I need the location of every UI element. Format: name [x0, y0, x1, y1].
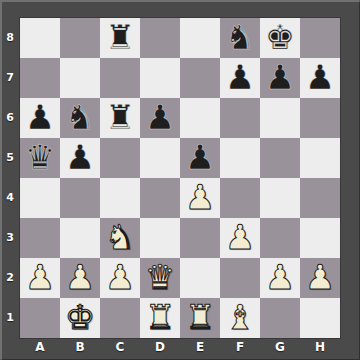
square-g7[interactable]: ♟	[260, 58, 300, 98]
square-a7[interactable]	[20, 58, 60, 98]
file-label-f: F	[220, 339, 260, 357]
square-b7[interactable]	[60, 58, 100, 98]
square-c8[interactable]: ♜	[100, 18, 140, 58]
square-b6[interactable]: ♞	[60, 98, 100, 138]
board: ♜♞♚♟♟♟♟♞♜♟♛♟♟♟♞♟♟♟♟♛♟♟♚♜♜♝	[20, 18, 340, 338]
square-f3[interactable]: ♟	[220, 218, 260, 258]
square-h2[interactable]: ♟	[300, 258, 340, 298]
square-c5[interactable]	[100, 138, 140, 178]
square-c4[interactable]	[100, 178, 140, 218]
square-f2[interactable]	[220, 258, 260, 298]
file-label-e: E	[180, 339, 220, 357]
square-c3[interactable]: ♞	[100, 218, 140, 258]
square-f4[interactable]	[220, 178, 260, 218]
black-pawn[interactable]: ♟	[305, 60, 335, 94]
square-e2[interactable]	[180, 258, 220, 298]
rank-label-1: 1	[0, 298, 20, 338]
square-h7[interactable]: ♟	[300, 58, 340, 98]
rank-label-5: 5	[0, 138, 20, 178]
white-pawn[interactable]: ♟	[225, 220, 255, 254]
square-g4[interactable]	[260, 178, 300, 218]
white-bishop[interactable]: ♝	[225, 300, 255, 334]
square-g6[interactable]	[260, 98, 300, 138]
chess-board-frame: ♜♞♚♟♟♟♟♞♜♟♛♟♟♟♞♟♟♟♟♛♟♟♚♜♜♝ 87654321 ABCD…	[0, 0, 360, 360]
square-f5[interactable]	[220, 138, 260, 178]
square-d5[interactable]	[140, 138, 180, 178]
white-pawn[interactable]: ♟	[25, 260, 55, 294]
white-pawn[interactable]: ♟	[65, 260, 95, 294]
square-d7[interactable]	[140, 58, 180, 98]
square-d2[interactable]: ♛	[140, 258, 180, 298]
black-pawn[interactable]: ♟	[265, 60, 295, 94]
square-b1[interactable]: ♚	[60, 298, 100, 338]
rank-label-6: 6	[0, 98, 20, 138]
rank-label-4: 4	[0, 178, 20, 218]
file-label-b: B	[60, 339, 100, 357]
square-d6[interactable]: ♟	[140, 98, 180, 138]
square-d8[interactable]	[140, 18, 180, 58]
square-a3[interactable]	[20, 218, 60, 258]
rank-label-2: 2	[0, 258, 20, 298]
black-king[interactable]: ♚	[265, 20, 295, 54]
square-g2[interactable]: ♟	[260, 258, 300, 298]
white-knight[interactable]: ♞	[105, 220, 135, 254]
file-label-d: D	[140, 339, 180, 357]
square-a5[interactable]: ♛	[20, 138, 60, 178]
square-e8[interactable]	[180, 18, 220, 58]
white-rook[interactable]: ♜	[185, 300, 215, 334]
square-e1[interactable]: ♜	[180, 298, 220, 338]
square-f1[interactable]: ♝	[220, 298, 260, 338]
black-queen[interactable]: ♛	[25, 140, 55, 174]
square-f8[interactable]: ♞	[220, 18, 260, 58]
rank-label-8: 8	[0, 18, 20, 58]
black-rook[interactable]: ♜	[105, 100, 135, 134]
square-c2[interactable]: ♟	[100, 258, 140, 298]
square-g3[interactable]	[260, 218, 300, 258]
square-g1[interactable]	[260, 298, 300, 338]
white-rook[interactable]: ♜	[145, 300, 175, 334]
file-label-h: H	[300, 339, 340, 357]
square-g8[interactable]: ♚	[260, 18, 300, 58]
rank-label-3: 3	[0, 218, 20, 258]
black-pawn[interactable]: ♟	[25, 100, 55, 134]
square-b3[interactable]	[60, 218, 100, 258]
black-pawn[interactable]: ♟	[185, 140, 215, 174]
black-knight[interactable]: ♞	[225, 20, 255, 54]
square-h4[interactable]	[300, 178, 340, 218]
black-pawn[interactable]: ♟	[65, 140, 95, 174]
square-f6[interactable]	[220, 98, 260, 138]
square-h5[interactable]	[300, 138, 340, 178]
square-a1[interactable]	[20, 298, 60, 338]
square-e7[interactable]	[180, 58, 220, 98]
white-pawn[interactable]: ♟	[305, 260, 335, 294]
square-d3[interactable]	[140, 218, 180, 258]
square-e4[interactable]: ♟	[180, 178, 220, 218]
square-e3[interactable]	[180, 218, 220, 258]
square-b4[interactable]	[60, 178, 100, 218]
white-pawn[interactable]: ♟	[105, 260, 135, 294]
square-e5[interactable]: ♟	[180, 138, 220, 178]
square-e6[interactable]	[180, 98, 220, 138]
square-a8[interactable]	[20, 18, 60, 58]
file-label-g: G	[260, 339, 300, 357]
rank-label-7: 7	[0, 58, 20, 98]
white-pawn[interactable]: ♟	[185, 180, 215, 214]
black-knight[interactable]: ♞	[65, 100, 95, 134]
black-rook[interactable]: ♜	[105, 20, 135, 54]
square-h3[interactable]	[300, 218, 340, 258]
white-king[interactable]: ♚	[65, 300, 95, 334]
square-c1[interactable]	[100, 298, 140, 338]
square-c6[interactable]: ♜	[100, 98, 140, 138]
square-b8[interactable]	[60, 18, 100, 58]
square-d4[interactable]	[140, 178, 180, 218]
square-g5[interactable]	[260, 138, 300, 178]
white-pawn[interactable]: ♟	[265, 260, 295, 294]
black-pawn[interactable]: ♟	[145, 100, 175, 134]
square-h1[interactable]	[300, 298, 340, 338]
black-pawn[interactable]: ♟	[225, 60, 255, 94]
square-b2[interactable]: ♟	[60, 258, 100, 298]
file-label-a: A	[20, 339, 60, 357]
square-d1[interactable]: ♜	[140, 298, 180, 338]
file-label-c: C	[100, 339, 140, 357]
square-c7[interactable]	[100, 58, 140, 98]
square-a6[interactable]: ♟	[20, 98, 60, 138]
square-h6[interactable]	[300, 98, 340, 138]
square-a2[interactable]: ♟	[20, 258, 60, 298]
square-b5[interactable]: ♟	[60, 138, 100, 178]
square-h8[interactable]	[300, 18, 340, 58]
square-a4[interactable]	[20, 178, 60, 218]
square-f7[interactable]: ♟	[220, 58, 260, 98]
white-queen[interactable]: ♛	[145, 260, 175, 294]
